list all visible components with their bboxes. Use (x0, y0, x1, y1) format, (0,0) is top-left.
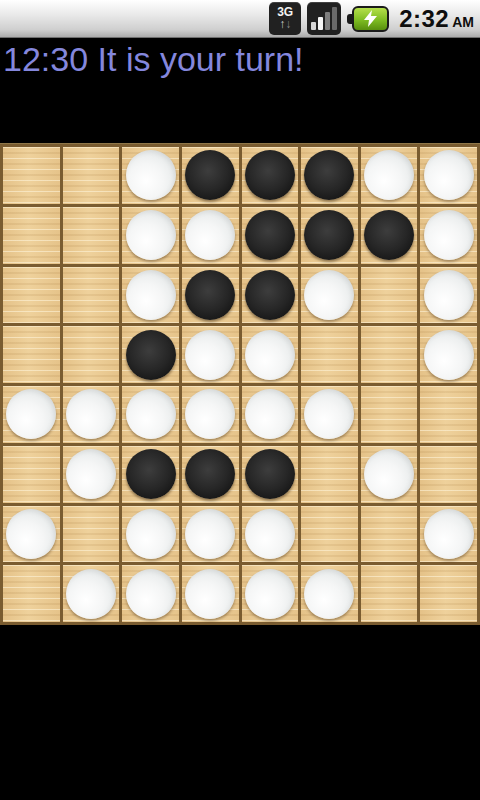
black-disc (245, 449, 295, 499)
game-timer: 12:30 (3, 40, 88, 78)
board-cell[interactable] (301, 386, 358, 443)
board-cell[interactable] (122, 565, 179, 622)
black-disc (185, 270, 235, 320)
board-cell[interactable] (420, 147, 477, 204)
board-cell[interactable] (3, 446, 60, 503)
board-cell[interactable] (242, 506, 299, 563)
board-cell[interactable] (182, 267, 239, 324)
battery-charging-icon (347, 6, 389, 32)
white-disc (126, 509, 176, 559)
board-cell[interactable] (361, 446, 418, 503)
board-cell[interactable] (3, 565, 60, 622)
phone-screen: 3G ↑↓ 2:32 AM 12:30 It is your turn! (0, 0, 480, 800)
battery-body (352, 6, 389, 32)
board-cell[interactable] (361, 326, 418, 383)
white-disc (364, 449, 414, 499)
white-disc (424, 210, 474, 260)
game-status-header: 12:30 It is your turn! (0, 38, 480, 143)
signal-strength-icon (307, 2, 341, 35)
white-disc (424, 270, 474, 320)
black-disc (245, 210, 295, 260)
board-cell[interactable] (242, 326, 299, 383)
board-cell[interactable] (122, 446, 179, 503)
board-cell[interactable] (63, 147, 120, 204)
black-disc (304, 210, 354, 260)
board-cell[interactable] (3, 386, 60, 443)
data-arrows-icon: ↑↓ (279, 18, 291, 31)
signal-bars (311, 7, 337, 30)
white-disc (185, 389, 235, 439)
board-cell[interactable] (122, 506, 179, 563)
board-cell[interactable] (301, 565, 358, 622)
white-disc (304, 270, 354, 320)
board-cell[interactable] (420, 506, 477, 563)
white-disc (185, 210, 235, 260)
board-cell[interactable] (182, 565, 239, 622)
board-cell[interactable] (420, 446, 477, 503)
board-cell[interactable] (3, 147, 60, 204)
board-cell[interactable] (122, 326, 179, 383)
white-disc (6, 389, 56, 439)
white-disc (245, 509, 295, 559)
turn-message: It is your turn! (98, 40, 304, 78)
board-cell[interactable] (242, 386, 299, 443)
lightning-bolt-icon (364, 10, 377, 27)
board-cell[interactable] (3, 506, 60, 563)
board-cell[interactable] (420, 267, 477, 324)
board-cell[interactable] (63, 207, 120, 264)
board-cell[interactable] (3, 326, 60, 383)
status-bar: 3G ↑↓ 2:32 AM (0, 0, 480, 38)
status-clock: 2:32 AM (399, 5, 474, 33)
board-cell[interactable] (301, 267, 358, 324)
board-cell[interactable] (420, 207, 477, 264)
black-disc (126, 330, 176, 380)
board-cell[interactable] (361, 207, 418, 264)
black-disc (185, 150, 235, 200)
board-cell[interactable] (182, 326, 239, 383)
board-cell[interactable] (420, 565, 477, 622)
board-cell[interactable] (361, 267, 418, 324)
3g-data-icon: 3G ↑↓ (269, 2, 301, 35)
white-disc (126, 569, 176, 619)
white-disc (185, 330, 235, 380)
white-disc (185, 509, 235, 559)
board-cell[interactable] (420, 326, 477, 383)
white-disc (424, 330, 474, 380)
white-disc (304, 389, 354, 439)
board-cell[interactable] (361, 506, 418, 563)
board-cell[interactable] (3, 207, 60, 264)
board-cell[interactable] (63, 386, 120, 443)
board-cell[interactable] (122, 386, 179, 443)
white-disc (245, 330, 295, 380)
black-disc (245, 270, 295, 320)
board-cell[interactable] (420, 386, 477, 443)
white-disc (66, 569, 116, 619)
board-cell[interactable] (242, 446, 299, 503)
black-disc (245, 150, 295, 200)
board-cell[interactable] (361, 147, 418, 204)
board-cell[interactable] (242, 267, 299, 324)
black-disc (364, 210, 414, 260)
board-cell[interactable] (301, 506, 358, 563)
board-cell[interactable] (122, 207, 179, 264)
board-cell[interactable] (182, 506, 239, 563)
board-cell[interactable] (63, 565, 120, 622)
board-cell[interactable] (301, 207, 358, 264)
white-disc (66, 449, 116, 499)
white-disc (185, 569, 235, 619)
white-disc (245, 389, 295, 439)
board-cell[interactable] (182, 446, 239, 503)
board-cell[interactable] (182, 386, 239, 443)
board-cell[interactable] (122, 267, 179, 324)
white-disc (126, 389, 176, 439)
white-disc (6, 509, 56, 559)
status-clock-time: 2:32 (399, 5, 449, 33)
board-cell[interactable] (63, 446, 120, 503)
board-cell[interactable] (182, 207, 239, 264)
white-disc (245, 569, 295, 619)
board-cell[interactable] (301, 446, 358, 503)
white-disc (126, 210, 176, 260)
othello-board[interactable] (0, 143, 480, 625)
black-disc (126, 449, 176, 499)
status-clock-period: AM (452, 14, 474, 30)
white-disc (304, 569, 354, 619)
white-disc (424, 509, 474, 559)
white-disc (126, 150, 176, 200)
board-cell[interactable] (63, 326, 120, 383)
white-disc (364, 150, 414, 200)
black-disc (185, 449, 235, 499)
white-disc (66, 389, 116, 439)
white-disc (424, 150, 474, 200)
board-cell[interactable] (3, 267, 60, 324)
board-cell[interactable] (361, 565, 418, 622)
board-cell[interactable] (242, 207, 299, 264)
board-cell[interactable] (301, 147, 358, 204)
board-cell[interactable] (301, 326, 358, 383)
board-cell[interactable] (242, 565, 299, 622)
board-cell[interactable] (242, 147, 299, 204)
board-cell[interactable] (361, 386, 418, 443)
board-cell[interactable] (63, 267, 120, 324)
board-cell[interactable] (63, 506, 120, 563)
board-cell[interactable] (182, 147, 239, 204)
white-disc (126, 270, 176, 320)
board-cell[interactable] (122, 147, 179, 204)
black-disc (304, 150, 354, 200)
